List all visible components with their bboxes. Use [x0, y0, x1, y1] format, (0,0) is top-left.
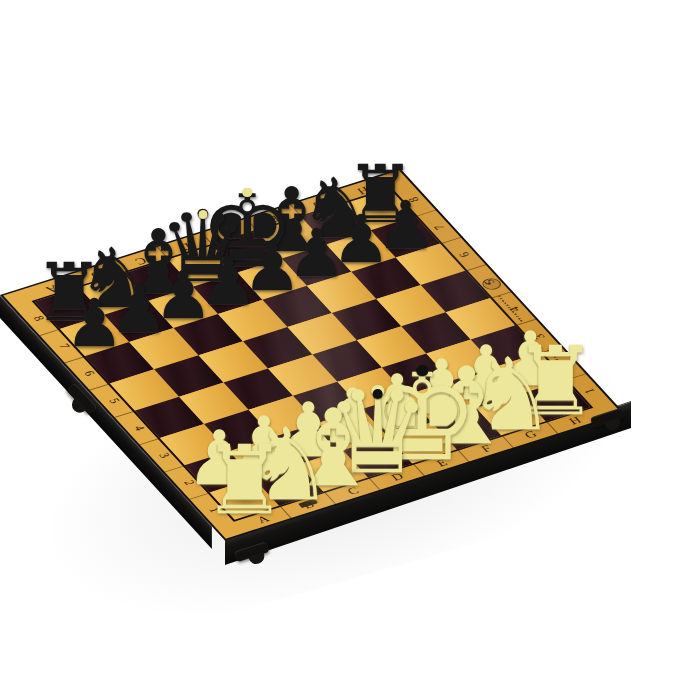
- cream-finial-dot: [198, 210, 207, 219]
- product-photo-stage: ABCDEFGHABCDEFGH1122334455667788 ♜♞♟♝♟♚♟…: [0, 0, 700, 700]
- cream-finial-dot: [242, 188, 252, 198]
